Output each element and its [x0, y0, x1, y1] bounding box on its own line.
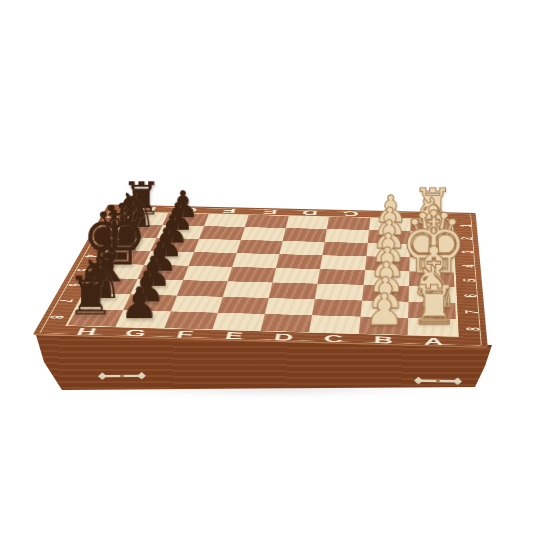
square — [408, 286, 455, 303]
square — [265, 298, 315, 315]
square — [366, 243, 410, 257]
file-label: B — [383, 211, 400, 218]
square — [188, 252, 236, 267]
file-label: G — [178, 206, 198, 213]
square — [365, 256, 410, 271]
rank-label: 8 — [46, 315, 65, 319]
square — [276, 254, 323, 269]
file-label: G — [123, 328, 149, 338]
file-label: F — [221, 207, 237, 214]
square — [409, 244, 453, 259]
rank-label: 2 — [96, 228, 112, 231]
file-label: E — [261, 208, 278, 215]
product-photo: HGFEDCBAHGFEDCBA1234567812345678♜♟♟♜♞♟♟♞… — [0, 0, 550, 550]
square — [204, 214, 249, 227]
square — [217, 297, 268, 314]
rank-label: 7 — [55, 299, 74, 303]
file-label: D — [301, 209, 319, 216]
square — [312, 299, 361, 316]
square — [283, 228, 327, 242]
square — [363, 270, 409, 286]
rank-label: 3 — [460, 250, 476, 253]
square — [170, 295, 222, 312]
square — [407, 318, 456, 336]
square — [367, 230, 410, 244]
file-label: D — [273, 332, 295, 342]
square — [369, 218, 411, 231]
square — [151, 238, 199, 252]
square — [269, 283, 318, 300]
file-label: A — [424, 336, 445, 346]
square — [193, 239, 240, 253]
square — [362, 285, 409, 302]
rank-label: 5 — [73, 269, 91, 273]
file-label: H — [139, 205, 159, 212]
file-label: H — [75, 327, 100, 337]
square — [157, 225, 204, 239]
rank-label: 6 — [463, 294, 480, 298]
chess-board: HGFEDCBAHGFEDCBA1234567812345678♜♟♟♜♞♟♟♞… — [33, 205, 488, 348]
square — [409, 271, 455, 287]
rank-label: 8 — [464, 327, 482, 331]
square — [236, 240, 282, 254]
square — [212, 313, 265, 331]
square — [360, 300, 408, 317]
rank-label: 2 — [459, 237, 475, 240]
square — [358, 316, 408, 334]
square — [261, 314, 313, 332]
file-label: C — [323, 334, 345, 344]
square — [131, 279, 183, 295]
square — [309, 315, 360, 333]
square — [101, 250, 151, 265]
square — [85, 278, 138, 294]
square — [123, 294, 176, 311]
square — [325, 229, 369, 243]
square — [315, 284, 363, 301]
square — [144, 251, 193, 266]
square — [223, 281, 273, 297]
rank-label: 6 — [64, 283, 82, 287]
square — [115, 224, 162, 238]
rank-label: 1 — [103, 216, 119, 219]
square — [318, 269, 365, 285]
square — [320, 255, 366, 270]
square — [77, 293, 131, 310]
square — [199, 226, 245, 240]
file-label: B — [373, 335, 394, 345]
rank-label: 3 — [89, 241, 106, 244]
square — [286, 216, 329, 229]
square — [410, 231, 453, 245]
square — [409, 257, 454, 272]
scene: HGFEDCBAHGFEDCBA1234567812345678♜♟♟♜♞♟♟♞… — [0, 0, 550, 550]
square — [122, 212, 168, 225]
rank-label: 5 — [462, 278, 479, 282]
square — [116, 310, 171, 328]
square — [232, 253, 279, 268]
square — [164, 311, 218, 329]
square — [227, 267, 276, 283]
square — [93, 264, 144, 280]
file-label: A — [424, 212, 441, 219]
square — [245, 215, 289, 228]
file-label: C — [342, 210, 360, 217]
square — [327, 217, 370, 230]
square — [272, 268, 320, 284]
rank-label: 4 — [461, 264, 477, 268]
square — [410, 219, 452, 232]
rank-label: 1 — [459, 224, 474, 227]
square — [163, 213, 209, 226]
square — [68, 309, 124, 327]
square — [279, 241, 324, 255]
square — [241, 227, 286, 241]
square — [408, 302, 456, 320]
file-label: E — [224, 331, 245, 341]
square — [138, 265, 188, 281]
square — [108, 237, 157, 251]
rank-label: 4 — [81, 254, 98, 257]
rank-label: 7 — [464, 310, 481, 314]
square — [182, 266, 231, 282]
square — [323, 242, 368, 256]
square — [177, 280, 228, 296]
file-label: F — [175, 329, 196, 339]
playing-area — [65, 212, 459, 337]
